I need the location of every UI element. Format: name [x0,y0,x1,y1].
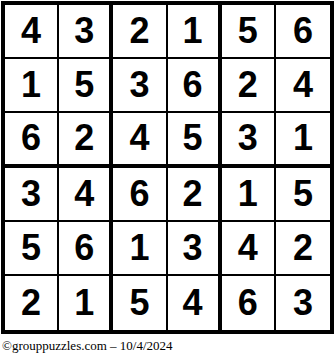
cell-r3c1: 6 [5,113,59,167]
cell-r1c5: 5 [222,5,276,59]
cell-r1c4: 1 [168,5,222,59]
cell-r2c2: 5 [59,59,113,113]
cell-r6c6: 3 [276,276,330,330]
cell-r5c2: 6 [59,222,113,276]
cell-r4c5: 1 [222,168,276,222]
cell-r6c1: 2 [5,276,59,330]
cell-r2c3: 3 [113,59,167,113]
cell-r5c1: 5 [5,222,59,276]
cell-r4c3: 6 [113,168,167,222]
cell-r3c5: 3 [222,113,276,167]
cell-r1c3: 2 [113,5,167,59]
cell-r1c2: 3 [59,5,113,59]
cell-r2c4: 6 [168,59,222,113]
cell-r3c2: 2 [59,113,113,167]
cell-r2c1: 1 [5,59,59,113]
cell-r6c4: 4 [168,276,222,330]
cell-r3c6: 1 [276,113,330,167]
cell-r3c3: 4 [113,113,167,167]
cell-r5c5: 4 [222,222,276,276]
cell-r2c5: 2 [222,59,276,113]
cell-r6c5: 6 [222,276,276,330]
copyright-credit: ©grouppuzzles.com – 10/4/2024 [2,338,335,354]
cell-r3c4: 5 [168,113,222,167]
cell-r2c6: 4 [276,59,330,113]
cell-r5c4: 3 [168,222,222,276]
cell-r1c6: 6 [276,5,330,59]
cell-r5c6: 2 [276,222,330,276]
cell-r4c6: 5 [276,168,330,222]
cell-r6c3: 5 [113,276,167,330]
sudoku-board: 432156153624624531346215561342215463 [1,1,334,334]
cell-r1c1: 4 [5,5,59,59]
cell-r4c1: 3 [5,168,59,222]
cell-r4c2: 4 [59,168,113,222]
cell-r5c3: 1 [113,222,167,276]
cell-r4c4: 2 [168,168,222,222]
cell-r6c2: 1 [59,276,113,330]
